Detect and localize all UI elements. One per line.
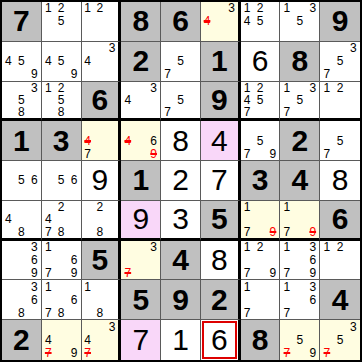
- candidate-5: 5: [254, 94, 267, 106]
- crossed-candidate-4: 4: [201, 15, 213, 28]
- cell-r8c1[interactable]: 368: [2, 280, 42, 320]
- candidate-2: 2: [55, 82, 68, 94]
- candidate-3: 3: [147, 82, 160, 94]
- given-digit: 4: [332, 285, 349, 315]
- candidate-9: 9: [267, 147, 280, 160]
- given-digit: 6: [332, 204, 349, 234]
- candidate-6: 6: [306, 293, 319, 306]
- candidate-3: 3: [106, 320, 118, 333]
- cell-r8c7[interactable]: 17: [241, 280, 281, 320]
- given-digit: 8: [132, 6, 149, 36]
- cell-r7c3[interactable]: 5: [82, 241, 122, 281]
- candidate-4: 4: [42, 333, 55, 346]
- cell-r6c1[interactable]: 48: [2, 201, 42, 241]
- candidate-2: 2: [55, 2, 68, 15]
- cell-r2c3[interactable]: 34: [82, 42, 122, 82]
- crossed-candidate-9: 9: [306, 225, 319, 237]
- solved-digit: 6: [252, 46, 269, 76]
- cell-r8c3[interactable]: 18: [82, 280, 122, 320]
- cell-r9c1[interactable]: 2: [2, 320, 42, 360]
- candidate-7: 7: [241, 147, 254, 160]
- cell-r1c1[interactable]: 7: [2, 2, 42, 42]
- candidate-5: 5: [15, 174, 28, 187]
- given-digit: 9: [332, 6, 349, 36]
- cell-r7c7[interactable]: 1279: [241, 241, 281, 281]
- sudoku-board: 7125128634124513594594593425716835735812…: [0, 0, 362, 362]
- candidate-grid: 12: [82, 2, 119, 41]
- candidate-1: 1: [241, 241, 254, 254]
- cell-r5c3[interactable]: 9: [82, 161, 122, 201]
- cell-r8c8[interactable]: 1367: [280, 280, 320, 320]
- candidate-grid: 357: [320, 320, 360, 360]
- cell-r7c2[interactable]: 1679: [42, 241, 82, 281]
- candidate-9: 9: [267, 267, 280, 280]
- cell-r6c3[interactable]: 28: [82, 201, 122, 241]
- candidate-3: 3: [306, 82, 319, 94]
- candidate-5: 5: [174, 94, 187, 106]
- candidate-grid: 56: [2, 161, 41, 200]
- candidate-grid: 1357: [280, 82, 319, 119]
- candidate-4: 4: [2, 55, 15, 68]
- candidate-2: 2: [333, 82, 346, 94]
- cell-r6c2[interactable]: 2478: [42, 201, 82, 241]
- candidate-7: 7: [280, 106, 293, 118]
- candidate-grid: 74: [82, 121, 119, 160]
- given-digit: 2: [211, 285, 228, 315]
- cell-r3c3[interactable]: 6: [82, 82, 122, 122]
- candidate-grid: 357: [320, 42, 360, 81]
- candidate-grid: 28: [82, 201, 119, 238]
- candidate-3: 3: [28, 280, 41, 293]
- cell-r6c4[interactable]: 9: [121, 201, 161, 241]
- candidate-3: 3: [28, 82, 41, 94]
- candidate-7: 7: [241, 106, 254, 118]
- solved-digit: 6: [211, 325, 228, 355]
- cell-r1c4[interactable]: 8: [121, 2, 161, 42]
- cell-r4c7[interactable]: 579: [241, 121, 281, 161]
- cell-r6c7[interactable]: 179: [241, 201, 281, 241]
- solved-digit: 9: [132, 204, 149, 234]
- candidate-1: 1: [280, 280, 293, 293]
- candidate-6: 6: [28, 254, 41, 267]
- crossed-candidate-7: 7: [280, 347, 293, 360]
- cell-r3c5[interactable]: 57: [161, 82, 201, 122]
- given-digit: 1: [211, 46, 228, 76]
- given-digit: 2: [13, 325, 30, 355]
- candidate-grid: 17: [241, 280, 280, 319]
- cell-r5c6[interactable]: 7: [201, 161, 241, 201]
- candidate-1: 1: [280, 241, 293, 254]
- candidate-6: 6: [147, 134, 160, 147]
- candidate-grid: 135: [280, 2, 319, 41]
- cell-r4c2[interactable]: 3: [42, 121, 82, 161]
- given-digit: 2: [132, 46, 149, 76]
- cell-r1c8[interactable]: 135: [280, 2, 320, 42]
- candidate-7: 7: [42, 306, 55, 319]
- candidate-9: 9: [28, 68, 41, 81]
- candidate-6: 6: [28, 293, 41, 306]
- candidate-grid: 56: [42, 161, 81, 200]
- candidate-5: 5: [333, 333, 346, 346]
- cell-r4c3[interactable]: 74: [82, 121, 122, 161]
- solved-digit: 7: [211, 165, 228, 195]
- given-digit: 5: [132, 285, 149, 315]
- cell-r3c2[interactable]: 1258: [42, 82, 82, 122]
- candidate-5: 5: [293, 15, 306, 28]
- cell-r6c9[interactable]: 6: [320, 201, 360, 241]
- cell-r1c6[interactable]: 34: [201, 2, 241, 42]
- candidate-5: 5: [55, 55, 68, 68]
- candidate-5: 5: [293, 94, 306, 106]
- candidate-5: 5: [333, 55, 346, 68]
- cell-r7c6[interactable]: 8: [201, 241, 241, 281]
- cell-r4c6[interactable]: 4: [201, 121, 241, 161]
- candidate-6: 6: [306, 254, 319, 267]
- candidate-8: 8: [55, 306, 68, 319]
- cell-r1c9[interactable]: 9: [320, 2, 360, 42]
- candidate-1: 1: [320, 82, 333, 94]
- candidate-grid: 18: [82, 280, 119, 319]
- crossed-candidate-7: 7: [42, 347, 55, 360]
- candidate-3: 3: [106, 42, 118, 55]
- cell-r7c1[interactable]: 369: [2, 241, 42, 281]
- cell-r4c9[interactable]: 57: [320, 121, 360, 161]
- candidate-2: 2: [55, 201, 68, 213]
- solved-digit: 8: [211, 245, 228, 275]
- candidate-5: 5: [293, 333, 306, 346]
- candidate-1: 1: [42, 2, 55, 15]
- cell-r3c9[interactable]: 12: [320, 82, 360, 122]
- candidate-8: 8: [15, 306, 28, 319]
- candidate-4: 4: [42, 55, 55, 68]
- candidate-3: 3: [28, 241, 41, 254]
- candidate-6: 6: [68, 174, 81, 187]
- candidate-3: 3: [347, 320, 360, 333]
- candidate-5: 5: [254, 134, 267, 147]
- candidate-9: 9: [28, 267, 41, 280]
- candidate-1: 1: [42, 82, 55, 94]
- cell-r9c8[interactable]: 597: [280, 320, 320, 360]
- cell-r7c9[interactable]: 12: [320, 241, 360, 281]
- cell-r7c5[interactable]: 4: [161, 241, 201, 281]
- cell-r5c4[interactable]: 1: [121, 161, 161, 201]
- candidate-4: 4: [82, 55, 94, 68]
- candidate-7: 7: [42, 267, 55, 280]
- candidate-5: 5: [55, 15, 68, 28]
- cell-r9c3[interactable]: 347: [82, 320, 122, 360]
- cell-r4c1[interactable]: 1: [2, 121, 42, 161]
- cell-r3c7[interactable]: 12457: [241, 82, 281, 122]
- candidate-7: 7: [320, 147, 333, 160]
- candidate-grid: 1367: [280, 280, 319, 319]
- cell-r2c7[interactable]: 6: [241, 42, 281, 82]
- candidate-grid: 2478: [42, 201, 81, 238]
- candidate-9: 9: [68, 68, 81, 81]
- candidate-grid: 347: [82, 320, 119, 360]
- given-digit: 4: [291, 165, 308, 195]
- cell-r6c6[interactable]: 5: [201, 201, 241, 241]
- cell-r2c2[interactable]: 459: [42, 42, 82, 82]
- candidate-grid: 12: [320, 241, 360, 280]
- candidate-7: 7: [82, 147, 94, 160]
- candidate-1: 1: [82, 280, 94, 293]
- cell-r2c1[interactable]: 459: [2, 42, 42, 82]
- solved-digit: 1: [172, 325, 189, 355]
- candidate-grid: 37: [121, 241, 160, 280]
- given-digit: 5: [92, 245, 109, 275]
- candidate-grid: 57: [320, 121, 360, 160]
- candidate-grid: 1258: [42, 82, 81, 119]
- given-digit: 9: [211, 85, 228, 115]
- candidate-8: 8: [94, 306, 106, 319]
- cell-r2c5[interactable]: 57: [161, 42, 201, 82]
- candidate-grid: 34: [121, 82, 160, 119]
- candidate-8: 8: [94, 225, 106, 237]
- cell-r5c5[interactable]: 2: [161, 161, 201, 201]
- candidate-7: 7: [241, 267, 254, 280]
- solved-digit: 8: [172, 126, 189, 156]
- cell-r8c5[interactable]: 9: [161, 280, 201, 320]
- cell-r3c6[interactable]: 9: [201, 82, 241, 122]
- candidate-3: 3: [306, 2, 319, 15]
- given-digit: 6: [92, 85, 109, 115]
- given-digit: 2: [291, 126, 308, 156]
- cell-r9c6[interactable]: 6: [201, 320, 241, 360]
- candidate-3: 3: [225, 2, 237, 15]
- crossed-candidate-4: 4: [82, 134, 94, 147]
- cell-r5c2[interactable]: 56: [42, 161, 82, 201]
- cell-r7c4[interactable]: 37: [121, 241, 161, 281]
- cell-r4c4[interactable]: 649: [121, 121, 161, 161]
- crossed-candidate-4: 4: [121, 134, 134, 147]
- candidate-7: 7: [161, 68, 174, 81]
- candidate-6: 6: [68, 293, 81, 306]
- given-digit: 4: [172, 245, 189, 275]
- candidate-9: 9: [68, 267, 81, 280]
- cell-r2c4[interactable]: 2: [121, 42, 161, 82]
- candidate-grid: 34: [82, 42, 119, 81]
- cell-r3c8[interactable]: 1357: [280, 82, 320, 122]
- candidate-4: 4: [121, 94, 134, 106]
- given-digit: 8: [252, 325, 269, 355]
- cell-r3c4[interactable]: 34: [121, 82, 161, 122]
- cell-r9c9[interactable]: 357: [320, 320, 360, 360]
- cell-r9c2[interactable]: 497: [42, 320, 82, 360]
- cell-r9c4[interactable]: 7: [121, 320, 161, 360]
- candidate-5: 5: [333, 134, 346, 147]
- cell-r4c8[interactable]: 2: [280, 121, 320, 161]
- candidate-grid: 57: [161, 42, 200, 81]
- solved-digit: 3: [172, 204, 189, 234]
- candidate-7: 7: [241, 225, 254, 237]
- candidate-8: 8: [15, 106, 28, 118]
- candidate-1: 1: [280, 201, 293, 213]
- candidate-1: 1: [42, 280, 55, 293]
- candidate-grid: 459: [42, 42, 81, 81]
- cell-r9c7[interactable]: 8: [241, 320, 281, 360]
- candidate-grid: 125: [42, 2, 81, 41]
- candidate-grid: 1245: [241, 2, 280, 41]
- candidate-grid: 57: [161, 82, 200, 119]
- candidate-2: 2: [254, 2, 267, 15]
- cell-r6c8[interactable]: 179: [280, 201, 320, 241]
- candidate-2: 2: [333, 241, 346, 254]
- candidate-1: 1: [280, 2, 293, 15]
- cell-r1c5[interactable]: 6: [161, 2, 201, 42]
- candidate-1: 1: [241, 280, 254, 293]
- cell-r2c8[interactable]: 8: [280, 42, 320, 82]
- cell-r1c3[interactable]: 12: [82, 2, 122, 42]
- cell-r3c1[interactable]: 358: [2, 82, 42, 122]
- candidate-2: 2: [94, 2, 106, 15]
- candidate-grid: 1279: [241, 241, 280, 280]
- cell-r2c6[interactable]: 1: [201, 42, 241, 82]
- candidate-1: 1: [241, 82, 254, 94]
- candidate-grid: 368: [2, 280, 41, 319]
- candidate-1: 1: [320, 241, 333, 254]
- cell-r5c8[interactable]: 4: [280, 161, 320, 201]
- solved-digit: 4: [211, 126, 228, 156]
- candidate-4: 4: [42, 213, 55, 225]
- candidate-grid: 369: [2, 241, 41, 280]
- candidate-grid: 597: [280, 320, 319, 360]
- candidate-grid: 13679: [280, 241, 319, 280]
- cell-r1c2[interactable]: 125: [42, 2, 82, 42]
- candidate-grid: 649: [121, 121, 160, 160]
- cell-r9c5[interactable]: 1: [161, 320, 201, 360]
- candidate-7: 7: [241, 306, 254, 319]
- solved-digit: 8: [332, 165, 349, 195]
- solved-digit: 7: [132, 325, 149, 355]
- candidate-5: 5: [174, 55, 187, 68]
- candidate-grid: 579: [241, 121, 280, 160]
- crossed-candidate-7: 7: [320, 347, 333, 360]
- candidate-1: 1: [241, 2, 254, 15]
- candidate-2: 2: [254, 82, 267, 94]
- candidate-grid: 1678: [42, 280, 81, 319]
- candidate-5: 5: [15, 55, 28, 68]
- candidate-grid: 459: [2, 42, 41, 81]
- candidate-7: 7: [280, 225, 293, 237]
- candidate-5: 5: [254, 15, 267, 28]
- candidate-1: 1: [241, 201, 254, 213]
- candidate-6: 6: [68, 254, 81, 267]
- candidate-9: 9: [306, 267, 319, 280]
- candidate-7: 7: [320, 68, 333, 81]
- cell-r8c6[interactable]: 2: [201, 280, 241, 320]
- candidate-grid: 34: [201, 2, 238, 41]
- cell-r5c9[interactable]: 8: [320, 161, 360, 201]
- candidate-3: 3: [147, 241, 160, 254]
- candidate-4: 4: [82, 333, 94, 346]
- candidate-grid: 358: [2, 82, 41, 119]
- given-digit: 8: [291, 46, 308, 76]
- given-digit: 1: [132, 165, 149, 195]
- candidate-grid: 179: [280, 201, 319, 238]
- candidate-5: 5: [55, 174, 68, 187]
- crossed-candidate-7: 7: [82, 347, 94, 360]
- given-digit: 3: [252, 165, 269, 195]
- candidate-3: 3: [306, 241, 319, 254]
- candidate-8: 8: [55, 106, 68, 118]
- cell-r2c9[interactable]: 357: [320, 42, 360, 82]
- candidate-grid: 12457: [241, 82, 280, 119]
- candidate-2: 2: [94, 201, 106, 213]
- cell-r5c7[interactable]: 3: [241, 161, 281, 201]
- cell-r8c4[interactable]: 5: [121, 280, 161, 320]
- candidate-7: 7: [280, 306, 293, 319]
- candidate-1: 1: [280, 82, 293, 94]
- candidate-4: 4: [241, 15, 254, 28]
- candidate-8: 8: [15, 225, 28, 237]
- given-digit: 9: [172, 285, 189, 315]
- given-digit: 1: [13, 126, 30, 156]
- candidate-8: 8: [55, 225, 68, 237]
- candidate-3: 3: [306, 280, 319, 293]
- candidate-7: 7: [42, 225, 55, 237]
- candidate-6: 6: [28, 174, 41, 187]
- candidate-grid: 179: [241, 201, 280, 238]
- candidate-1: 1: [82, 2, 94, 15]
- cell-r8c2[interactable]: 1678: [42, 280, 82, 320]
- cell-r1c7[interactable]: 1245: [241, 2, 281, 42]
- candidate-1: 1: [42, 241, 55, 254]
- given-digit: 7: [13, 6, 30, 36]
- candidate-grid: 48: [2, 201, 41, 238]
- cell-r4c5[interactable]: 8: [161, 121, 201, 161]
- cell-r7c8[interactable]: 13679: [280, 241, 320, 281]
- candidate-2: 2: [254, 241, 267, 254]
- candidate-9: 9: [68, 347, 81, 360]
- cell-r8c9[interactable]: 4: [320, 280, 360, 320]
- candidate-9: 9: [306, 347, 319, 360]
- candidate-7: 7: [161, 106, 174, 118]
- candidate-grid: 1679: [42, 241, 81, 280]
- cell-r6c5[interactable]: 3: [161, 201, 201, 241]
- given-digit: 6: [172, 6, 189, 36]
- given-digit: 5: [211, 204, 228, 234]
- candidate-grid: 12: [320, 82, 360, 119]
- candidate-4: 4: [2, 213, 15, 225]
- solved-digit: 2: [172, 165, 189, 195]
- crossed-candidate-9: 9: [147, 147, 160, 160]
- crossed-candidate-7: 7: [121, 267, 134, 280]
- given-digit: 3: [53, 126, 70, 156]
- solved-digit: 9: [92, 165, 109, 195]
- candidate-3: 3: [347, 42, 360, 55]
- candidate-7: 7: [280, 267, 293, 280]
- candidate-grid: 497: [42, 320, 81, 360]
- crossed-candidate-9: 9: [267, 225, 280, 237]
- cell-r5c1[interactable]: 56: [2, 161, 42, 201]
